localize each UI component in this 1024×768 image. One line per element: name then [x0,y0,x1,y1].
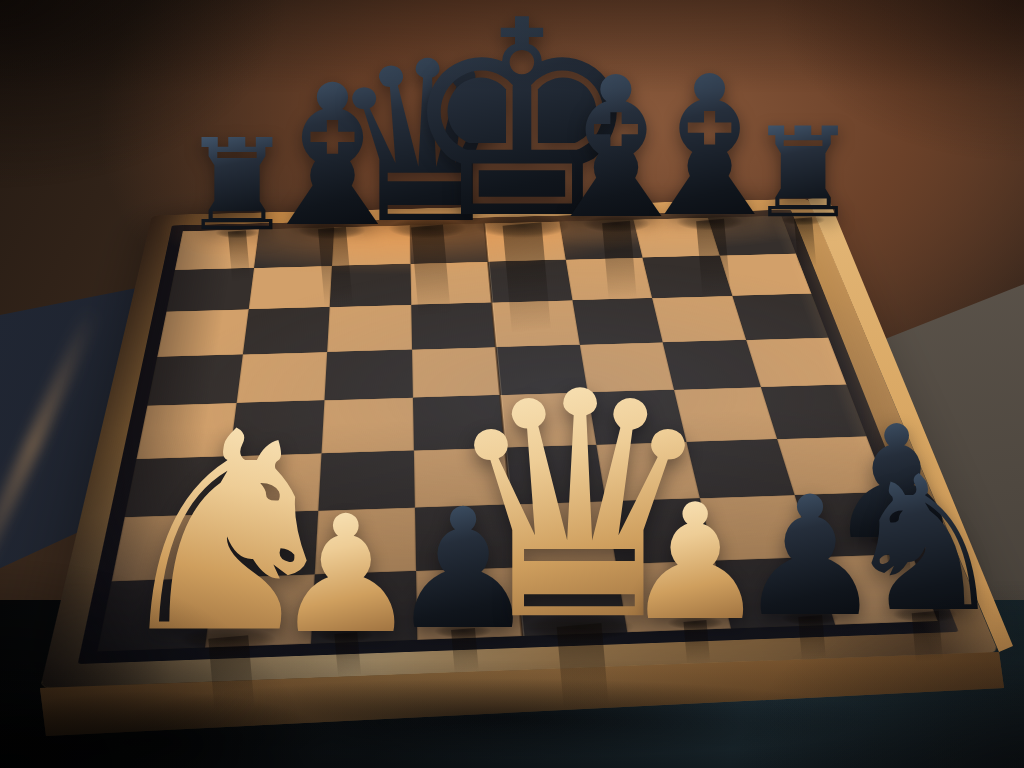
chess-board [40,199,998,688]
board-lighting-overlay [40,199,998,688]
chess-photo-scene: ♜♝♛♚♝♝♜♟♞♟♟♛♟♟♞ [0,0,1024,768]
